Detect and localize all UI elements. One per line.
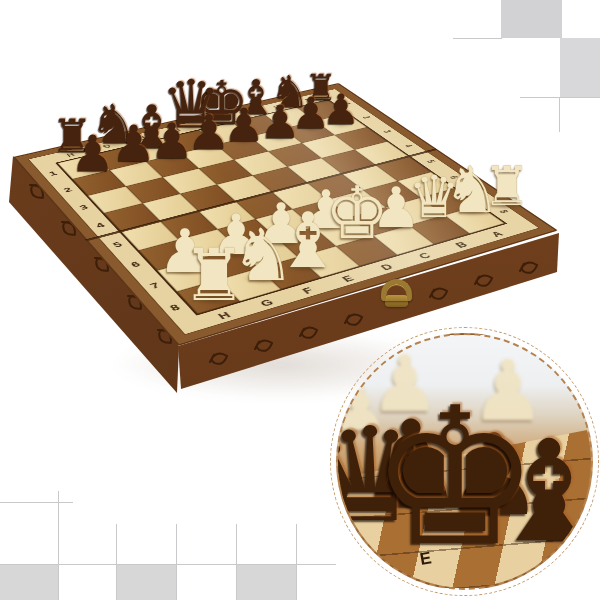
rank-label-right-7: 7 xyxy=(472,192,484,197)
square-f5 xyxy=(198,201,255,229)
square-d5 xyxy=(272,183,328,209)
file-label-near-e: E xyxy=(339,273,356,283)
file-label-near-a: A xyxy=(488,229,506,238)
square-e5 xyxy=(236,192,293,219)
product-photo-stage: HHGGFFEEDDCCBBAA1122334455667788 ♜♞♝♚♟♛♟… xyxy=(0,0,600,600)
piece-shadow xyxy=(311,224,341,232)
piece-shadow xyxy=(120,157,148,165)
decor-gray-square xyxy=(0,565,58,600)
brass-clasp xyxy=(381,279,412,311)
square-h4 xyxy=(104,203,160,231)
file-label-near-g: G xyxy=(257,297,275,308)
square-h5 xyxy=(121,221,179,250)
decor-hairline xyxy=(116,524,117,600)
piece-shadow xyxy=(287,261,330,272)
square-a1 xyxy=(297,100,347,121)
rank-label-left-6: 6 xyxy=(128,260,142,269)
piece-shadow xyxy=(380,223,411,231)
square-e4 xyxy=(217,176,272,202)
rank-label-right-3: 3 xyxy=(381,129,392,133)
rank-label-left-8: 8 xyxy=(167,302,182,312)
rank-label-right-6: 6 xyxy=(447,175,459,180)
inset-piece-dark-king: ♚ xyxy=(370,383,540,573)
piece-shadow xyxy=(299,125,323,131)
decor-hairline xyxy=(453,38,502,39)
square-b6 xyxy=(363,181,420,207)
piece-shadow xyxy=(492,201,522,209)
square-b5 xyxy=(342,165,398,190)
piece-shadow xyxy=(231,137,257,144)
decor-gray-square xyxy=(501,0,562,38)
square-g3 xyxy=(126,177,180,203)
piece-shadow xyxy=(205,118,239,127)
square-f3 xyxy=(163,168,217,193)
rank-label-right-4: 4 xyxy=(402,144,414,148)
decor-gray-square xyxy=(236,565,296,600)
decor-hairline xyxy=(559,97,560,132)
piece-shadow xyxy=(99,139,129,147)
square-g4 xyxy=(143,194,199,221)
piece-shadow xyxy=(59,148,85,155)
square-e3 xyxy=(199,160,253,185)
piece-shadow xyxy=(418,212,450,221)
piece-shadow xyxy=(243,273,283,284)
decor-hairline xyxy=(58,491,59,600)
file-label-near-c: C xyxy=(415,251,433,261)
decor-hairline xyxy=(0,564,336,565)
clasp-handle xyxy=(381,279,412,301)
decor-gray-square xyxy=(560,38,600,98)
rank-label-left-3: 3 xyxy=(77,203,90,211)
square-g5 xyxy=(160,211,217,240)
decor-hairline xyxy=(0,502,73,503)
square-c5 xyxy=(307,174,363,200)
piece-shadow xyxy=(243,109,270,116)
rank-label-left-7: 7 xyxy=(147,280,162,290)
decor-gray-square xyxy=(116,565,176,600)
rank-label-right-5: 5 xyxy=(424,159,436,163)
rank-label-left-1: 1 xyxy=(47,169,59,176)
file-label-near-h: H xyxy=(215,310,233,321)
square-a6 xyxy=(398,172,455,198)
piece-shadow xyxy=(173,122,210,132)
square-a5 xyxy=(376,156,431,181)
square-g2 xyxy=(110,161,163,186)
piece-shadow xyxy=(196,144,223,151)
piece-shadow xyxy=(158,154,185,161)
square-e6 xyxy=(255,209,313,237)
square-d6 xyxy=(292,200,350,228)
square-h3 xyxy=(88,186,143,213)
rank-label-right-1: 1 xyxy=(341,102,352,106)
rank-label-left-2: 2 xyxy=(61,186,73,194)
rank-label-right-8: 8 xyxy=(497,209,510,214)
rank-label-left-4: 4 xyxy=(93,221,106,230)
piece-shadow xyxy=(311,97,331,102)
file-label-near-f: F xyxy=(299,285,315,295)
rank-label-right-2: 2 xyxy=(361,115,372,119)
piece-shadow xyxy=(168,266,202,275)
square-b3 xyxy=(302,135,355,158)
square-c3 xyxy=(268,143,321,167)
piece-shadow xyxy=(135,142,169,151)
square-h7 xyxy=(157,259,218,291)
file-label-far-f: F xyxy=(137,135,146,140)
piece-shadow xyxy=(265,239,296,247)
square-b4 xyxy=(321,150,375,174)
decor-hairline xyxy=(296,524,297,600)
decor-hairline xyxy=(236,524,237,600)
square-c6 xyxy=(328,190,385,217)
piece-shadow xyxy=(337,231,377,242)
decor-hairline xyxy=(176,524,177,600)
inset-magnifier-circle: ♟♟♟♟♟♛♝♚ E xyxy=(336,333,593,590)
square-d4 xyxy=(253,167,308,192)
square-a3 xyxy=(335,127,388,150)
square-f4 xyxy=(180,185,236,212)
piece-shadow xyxy=(329,121,353,127)
piece-shadow xyxy=(79,167,107,175)
piece-shadow xyxy=(194,293,234,304)
square-a4 xyxy=(355,142,409,166)
piece-shadow xyxy=(278,103,303,110)
file-label-near-d: D xyxy=(378,262,396,272)
decor-hairline xyxy=(520,97,600,98)
square-c4 xyxy=(287,158,342,183)
square-d3 xyxy=(234,151,287,175)
piece-shadow xyxy=(454,207,490,217)
piece-shadow xyxy=(220,250,251,258)
file-label-near-b: B xyxy=(452,240,470,250)
piece-shadow xyxy=(267,134,293,141)
rank-label-left-5: 5 xyxy=(110,240,124,249)
